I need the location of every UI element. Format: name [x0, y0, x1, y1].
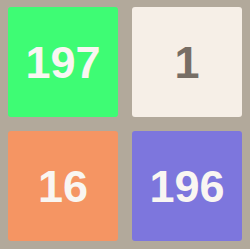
tile-r0c0: 197: [8, 7, 118, 117]
tile-r0c1: 1: [132, 7, 242, 117]
tile-r1c0: 16: [8, 131, 118, 241]
tile-r1c1: 196: [132, 131, 242, 241]
game-board[interactable]: 197 1 16 196: [0, 0, 250, 249]
